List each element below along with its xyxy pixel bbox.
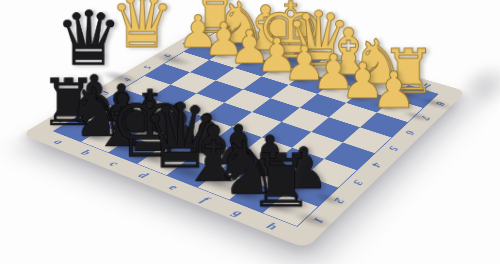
scene: aabbccddeeffgghh8877665544332211 ♜♞♝♚♛♝♞… <box>0 0 500 264</box>
photo-stage: aabbccddeeffgghh8877665544332211 ♜♞♝♚♛♝♞… <box>0 0 500 264</box>
pieces-layer: ♜♞♝♚♛♝♞♜♟♟♟♟♟♟♟♟♟♟♟♟♟♟♟♟♜♞♝♚♛♝♞♜♛♛ <box>21 19 466 249</box>
black-rook-glyph: ♜ <box>227 145 333 218</box>
yellow-pawn-glyph: ♟ <box>349 65 440 115</box>
board-mat: aabbccddeeffgghh8877665544332211 ♜♞♝♚♛♝♞… <box>21 19 466 249</box>
